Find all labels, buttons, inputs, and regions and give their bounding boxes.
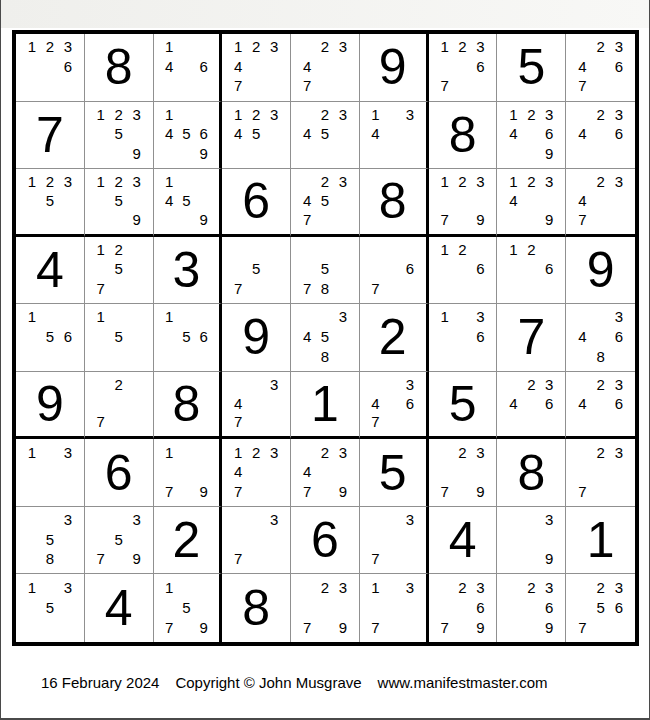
cell-r2c3[interactable]: 14569 [154, 102, 223, 170]
candidate-digit [591, 617, 609, 637]
candidate-digit: 7 [229, 279, 247, 299]
candidate-digit: 7 [298, 481, 316, 501]
candidate-digit [265, 259, 283, 279]
pencil-marks: 358 [16, 507, 84, 574]
candidate-digit: 7 [92, 549, 110, 569]
candidate-digit: 1 [436, 37, 454, 57]
candidate-digit: 3 [59, 37, 77, 57]
cell-r5c7[interactable]: 136 [429, 304, 498, 372]
pencil-marks: 23457 [291, 169, 359, 234]
candidate-digit: 7 [367, 279, 384, 299]
candidate-digit [110, 510, 128, 530]
cell-r2c6[interactable]: 134 [360, 102, 429, 170]
candidate-digit [265, 124, 283, 144]
cell-r4c4[interactable]: 57 [222, 237, 291, 305]
candidate-digit [472, 346, 490, 366]
candidate-digit [59, 191, 77, 210]
candidate-digit: 8 [316, 346, 334, 366]
candidate-digit: 5 [591, 597, 609, 617]
cell-r6c9[interactable]: 2346 [566, 372, 635, 440]
candidate-digit [265, 144, 283, 164]
cell-r2c8[interactable]: 123469 [497, 102, 566, 170]
cell-r3c3[interactable]: 1459 [154, 169, 223, 237]
pencil-marks: 12367 [429, 34, 497, 101]
cell-r5c8[interactable]: 7 [497, 304, 566, 372]
cell-r6c7[interactable]: 5 [429, 372, 498, 440]
candidate-digit [195, 76, 212, 96]
candidate-digit [195, 597, 212, 617]
cell-r5c1[interactable]: 156 [16, 304, 85, 372]
candidate-digit [401, 597, 418, 617]
candidate-digit [504, 375, 522, 394]
cell-r5c5[interactable]: 3458 [291, 304, 360, 372]
candidate-digit: 6 [195, 57, 212, 77]
candidate-digit [472, 462, 490, 482]
candidate-digit [522, 124, 540, 144]
pencil-marks: 3468 [566, 304, 635, 371]
cell-r3c6[interactable]: 8 [360, 169, 429, 237]
candidate-digit [128, 191, 146, 210]
candidate-digit: 4 [229, 124, 247, 144]
candidate-digit [23, 327, 41, 347]
candidate-digit [247, 375, 265, 394]
candidate-digit: 1 [161, 442, 178, 462]
pencil-marks: 1257 [85, 237, 153, 304]
candidate-digit [92, 394, 110, 413]
cell-r7c7[interactable]: 2379 [429, 439, 498, 507]
candidate-digit: 4 [504, 191, 522, 210]
candidate-digit [522, 191, 540, 210]
cell-r7c8[interactable]: 8 [497, 439, 566, 507]
candidate-digit [610, 346, 628, 366]
candidate-digit [161, 597, 178, 617]
candidate-digit [334, 57, 352, 77]
candidate-digit [384, 144, 401, 164]
cell-r3c2[interactable]: 12359 [85, 169, 154, 237]
pencil-marks: 37 [360, 507, 426, 574]
cell-r2c5[interactable]: 2345 [291, 102, 360, 170]
candidate-digit [591, 481, 609, 501]
cell-r9c4[interactable]: 8 [222, 574, 291, 642]
candidate-digit [195, 346, 212, 366]
cell-r1c3[interactable]: 146 [154, 34, 223, 102]
candidate-digit [316, 76, 334, 96]
candidate-digit [298, 259, 316, 279]
candidate-digit [265, 412, 283, 431]
candidate-digit: 4 [161, 191, 178, 210]
candidate-digit [128, 375, 146, 394]
candidate-digit [454, 210, 472, 229]
page: 1236814612347234791236752346771235914569… [0, 0, 650, 720]
candidate-digit [128, 529, 146, 549]
candidate-digit [161, 346, 178, 366]
candidate-digit [504, 412, 522, 431]
candidate-digit [573, 412, 591, 431]
candidate-digit: 1 [92, 172, 110, 191]
candidate-digit: 5 [316, 124, 334, 144]
candidate-digit [23, 462, 41, 482]
cell-r2c7[interactable]: 8 [429, 102, 498, 170]
cell-r9c2[interactable]: 4 [85, 574, 154, 642]
candidate-digit [591, 76, 609, 96]
candidate-digit: 7 [229, 549, 247, 569]
cell-r8c6[interactable]: 37 [360, 507, 429, 575]
cell-r8c2[interactable]: 3579 [85, 507, 154, 575]
candidate-digit [229, 259, 247, 279]
candidate-digit: 7 [436, 76, 454, 96]
cell-r9c9[interactable]: 23567 [566, 574, 635, 642]
candidate-digit: 5 [110, 327, 128, 347]
candidate-digit [573, 105, 591, 125]
candidate-digit [573, 375, 591, 394]
candidate-digit: 6 [472, 327, 490, 347]
candidate-digit [472, 279, 490, 299]
footer-date: 16 February 2024 [41, 674, 159, 691]
given-digit: 4 [16, 237, 84, 304]
pencil-marks: 23467 [566, 34, 635, 101]
candidate-digit [110, 307, 128, 327]
pencil-marks: 146 [154, 34, 220, 101]
candidate-digit: 7 [367, 549, 384, 569]
candidate-digit [367, 529, 384, 549]
candidate-digit [540, 240, 558, 260]
candidate-digit [110, 394, 128, 413]
pencil-marks: 15 [85, 304, 153, 371]
pencil-marks: 23679 [429, 574, 497, 642]
candidate-digit [298, 307, 316, 327]
given-digit: 8 [85, 34, 153, 101]
candidate-digit [41, 346, 59, 366]
cell-r5c2[interactable]: 15 [85, 304, 154, 372]
candidate-digit: 9 [195, 210, 212, 229]
candidate-digit [59, 549, 77, 569]
candidate-digit [265, 529, 283, 549]
candidate-digit [334, 240, 352, 260]
candidate-digit: 3 [128, 510, 146, 530]
candidate-digit [195, 37, 212, 57]
candidate-digit [436, 346, 454, 366]
cell-r7c5[interactable]: 23479 [291, 439, 360, 507]
pencil-marks: 12349 [497, 169, 565, 234]
cell-r8c3[interactable]: 2 [154, 507, 223, 575]
candidate-digit [454, 76, 472, 96]
cell-r3c1[interactable]: 1235 [16, 169, 85, 237]
candidate-digit [384, 394, 401, 413]
pencil-marks: 2346 [497, 372, 565, 437]
candidate-digit: 1 [229, 105, 247, 125]
candidate-digit [128, 307, 146, 327]
candidate-digit: 9 [195, 144, 212, 164]
cell-r9c6[interactable]: 137 [360, 574, 429, 642]
candidate-digit [265, 549, 283, 569]
given-digit: 1 [291, 372, 359, 437]
candidate-digit: 7 [92, 279, 110, 299]
candidate-digit: 3 [540, 375, 558, 394]
cell-r6c8[interactable]: 2346 [497, 372, 566, 440]
candidate-digit: 3 [472, 577, 490, 597]
candidate-digit: 6 [472, 57, 490, 77]
candidate-digit: 3 [540, 172, 558, 191]
candidate-digit: 2 [316, 105, 334, 125]
candidate-digit: 5 [316, 327, 334, 347]
candidate-digit [504, 510, 522, 530]
cell-r7c4[interactable]: 12347 [222, 439, 291, 507]
candidate-digit [591, 144, 609, 164]
candidate-digit [522, 279, 540, 299]
candidate-digit [401, 240, 418, 260]
candidate-digit [522, 597, 540, 617]
pencil-marks: 2347 [566, 169, 635, 234]
given-digit: 3 [154, 237, 220, 304]
cell-r1c4[interactable]: 12347 [222, 34, 291, 102]
cell-r1c7[interactable]: 12367 [429, 34, 498, 102]
candidate-digit: 2 [316, 577, 334, 597]
candidate-digit [229, 144, 247, 164]
cell-r2c4[interactable]: 12345 [222, 102, 291, 170]
candidate-digit: 2 [522, 172, 540, 191]
cell-r6c6[interactable]: 3467 [360, 372, 429, 440]
cell-r6c2[interactable]: 27 [85, 372, 154, 440]
candidate-digit [316, 144, 334, 164]
candidate-digit [92, 510, 110, 530]
cell-r9c1[interactable]: 135 [16, 574, 85, 642]
cell-r5c6[interactable]: 2 [360, 304, 429, 372]
candidate-digit [178, 481, 195, 501]
cell-r3c5[interactable]: 23457 [291, 169, 360, 237]
cell-r7c2[interactable]: 6 [85, 439, 154, 507]
candidate-digit [265, 240, 283, 260]
candidate-digit: 4 [504, 394, 522, 413]
candidate-digit: 6 [610, 327, 628, 347]
cell-r1c2[interactable]: 8 [85, 34, 154, 102]
cell-r8c7[interactable]: 4 [429, 507, 498, 575]
candidate-digit: 3 [401, 510, 418, 530]
candidate-digit [573, 37, 591, 57]
candidate-digit: 4 [573, 191, 591, 210]
pencil-marks: 156 [16, 304, 84, 371]
candidate-digit [454, 191, 472, 210]
cell-r7c1[interactable]: 13 [16, 439, 85, 507]
candidate-digit [436, 327, 454, 347]
candidate-digit [41, 481, 59, 501]
candidate-digit [504, 144, 522, 164]
candidate-digit [178, 210, 195, 229]
candidate-digit: 9 [334, 481, 352, 501]
candidate-digit [316, 210, 334, 229]
candidate-digit: 5 [110, 191, 128, 210]
candidate-digit: 9 [334, 617, 352, 637]
candidate-digit [229, 529, 247, 549]
candidate-digit [298, 144, 316, 164]
cell-r9c3[interactable]: 1579 [154, 574, 223, 642]
cell-r4c7[interactable]: 126 [429, 237, 498, 305]
cell-r1c8[interactable]: 5 [497, 34, 566, 102]
candidate-digit [229, 510, 247, 530]
cell-r7c9[interactable]: 237 [566, 439, 635, 507]
cell-r2c9[interactable]: 2346 [566, 102, 635, 170]
candidate-digit [573, 462, 591, 482]
candidate-digit [454, 327, 472, 347]
candidate-digit: 9 [128, 144, 146, 164]
cell-r5c9[interactable]: 3468 [566, 304, 635, 372]
candidate-digit [591, 307, 609, 327]
candidate-digit [178, 617, 195, 637]
cell-r9c7[interactable]: 23679 [429, 574, 498, 642]
candidate-digit [522, 259, 540, 279]
cell-r4c1[interactable]: 4 [16, 237, 85, 305]
candidate-digit [195, 191, 212, 210]
pencil-marks: 1235 [16, 169, 84, 234]
candidate-digit: 9 [540, 549, 558, 569]
candidate-digit: 6 [195, 327, 212, 347]
cell-r3c9[interactable]: 2347 [566, 169, 635, 237]
candidate-digit [178, 105, 195, 125]
candidate-digit [401, 412, 418, 431]
candidate-digit: 2 [522, 375, 540, 394]
candidate-digit [522, 394, 540, 413]
candidate-digit [298, 240, 316, 260]
candidate-digit [573, 144, 591, 164]
cell-r8c4[interactable]: 37 [222, 507, 291, 575]
candidate-digit [178, 76, 195, 96]
cell-r7c3[interactable]: 179 [154, 439, 223, 507]
pencil-marks: 1579 [154, 574, 220, 642]
candidate-digit [92, 210, 110, 229]
candidate-digit [247, 481, 265, 501]
cell-r4c2[interactable]: 1257 [85, 237, 154, 305]
cell-r4c3[interactable]: 3 [154, 237, 223, 305]
candidate-digit: 1 [92, 307, 110, 327]
cell-r1c9[interactable]: 23467 [566, 34, 635, 102]
candidate-digit [367, 375, 384, 394]
candidate-digit: 3 [472, 172, 490, 191]
candidate-digit [92, 124, 110, 144]
candidate-digit [247, 510, 265, 530]
candidate-digit [128, 412, 146, 431]
candidate-digit [610, 210, 628, 229]
cell-r2c2[interactable]: 12359 [85, 102, 154, 170]
cell-r3c8[interactable]: 12349 [497, 169, 566, 237]
candidate-digit [247, 240, 265, 260]
pencil-marks: 126 [429, 237, 497, 304]
candidate-digit [384, 375, 401, 394]
given-digit: 8 [429, 102, 497, 169]
candidate-digit: 7 [298, 76, 316, 96]
candidate-digit [573, 442, 591, 462]
candidate-digit: 2 [454, 240, 472, 260]
candidate-digit: 9 [195, 481, 212, 501]
candidate-digit: 1 [23, 307, 41, 327]
candidate-digit: 8 [316, 279, 334, 299]
cell-r1c5[interactable]: 2347 [291, 34, 360, 102]
cell-r3c4[interactable]: 6 [222, 169, 291, 237]
cell-r4c5[interactable]: 578 [291, 237, 360, 305]
given-digit: 9 [222, 304, 290, 371]
candidate-digit: 3 [334, 37, 352, 57]
candidate-digit: 2 [591, 577, 609, 597]
cell-r6c5[interactable]: 1 [291, 372, 360, 440]
cell-r4c6[interactable]: 67 [360, 237, 429, 305]
candidate-digit [178, 577, 195, 597]
candidate-digit: 1 [504, 240, 522, 260]
candidate-digit [229, 240, 247, 260]
candidate-digit: 3 [334, 577, 352, 597]
candidate-digit [178, 442, 195, 462]
cell-r2c1[interactable]: 7 [16, 102, 85, 170]
candidate-digit: 1 [161, 577, 178, 597]
candidate-digit: 6 [401, 394, 418, 413]
candidate-digit: 1 [92, 105, 110, 125]
cell-r5c3[interactable]: 156 [154, 304, 223, 372]
cell-r4c9[interactable]: 9 [566, 237, 635, 305]
candidate-digit [334, 462, 352, 482]
candidate-digit [436, 57, 454, 77]
candidate-digit [591, 57, 609, 77]
candidate-digit [128, 327, 146, 347]
candidate-digit: 3 [472, 442, 490, 462]
cell-r7c6[interactable]: 5 [360, 439, 429, 507]
candidate-digit [454, 307, 472, 327]
candidate-digit: 2 [591, 105, 609, 125]
candidate-digit [59, 617, 77, 637]
candidate-digit: 2 [591, 375, 609, 394]
pencil-marks: 23567 [566, 574, 635, 642]
cell-r8c8[interactable]: 39 [497, 507, 566, 575]
candidate-digit: 7 [436, 617, 454, 637]
candidate-digit [178, 37, 195, 57]
candidate-digit [454, 346, 472, 366]
candidate-digit: 4 [229, 57, 247, 77]
candidate-digit: 3 [265, 37, 283, 57]
candidate-digit [229, 375, 247, 394]
cell-r4c8[interactable]: 126 [497, 237, 566, 305]
cell-r8c5[interactable]: 6 [291, 507, 360, 575]
candidate-digit [161, 76, 178, 96]
cell-r6c4[interactable]: 347 [222, 372, 291, 440]
candidate-digit: 2 [454, 577, 472, 597]
cell-r3c7[interactable]: 12379 [429, 169, 498, 237]
cell-r6c1[interactable]: 9 [16, 372, 85, 440]
candidate-digit [504, 597, 522, 617]
candidate-digit [504, 549, 522, 569]
candidate-digit [41, 510, 59, 530]
candidate-digit: 5 [41, 529, 59, 549]
candidate-digit [298, 442, 316, 462]
candidate-digit: 8 [41, 549, 59, 569]
candidate-digit: 1 [161, 105, 178, 125]
candidate-digit: 7 [573, 210, 591, 229]
cell-r5c4[interactable]: 9 [222, 304, 291, 372]
candidate-digit [178, 172, 195, 191]
candidate-digit [436, 191, 454, 210]
cell-r6c3[interactable]: 8 [154, 372, 223, 440]
cell-r1c6[interactable]: 9 [360, 34, 429, 102]
sudoku-board: 1236814612347234791236752346771235914569… [12, 30, 639, 646]
candidate-digit: 3 [610, 577, 628, 597]
candidate-digit [573, 346, 591, 366]
candidate-digit: 6 [540, 394, 558, 413]
candidate-digit [128, 259, 146, 279]
cell-r8c9[interactable]: 1 [566, 507, 635, 575]
candidate-digit [195, 172, 212, 191]
candidate-digit [454, 279, 472, 299]
cell-r1c1[interactable]: 1236 [16, 34, 85, 102]
cell-r9c8[interactable]: 2369 [497, 574, 566, 642]
candidate-digit [540, 529, 558, 549]
candidate-digit: 4 [573, 327, 591, 347]
cell-r9c5[interactable]: 2379 [291, 574, 360, 642]
cell-r8c1[interactable]: 358 [16, 507, 85, 575]
